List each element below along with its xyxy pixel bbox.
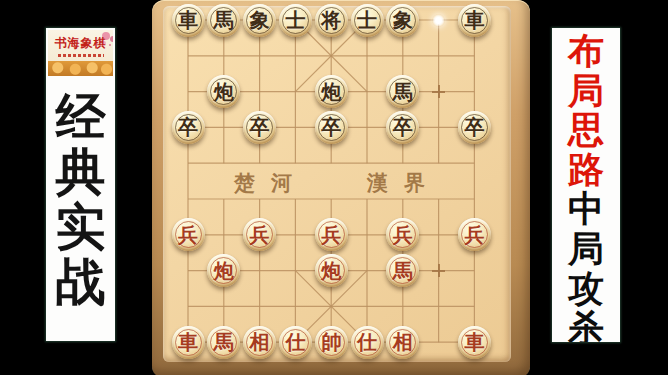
piece-black-elephant[interactable]: 象 xyxy=(386,4,419,37)
piece-red-chariot[interactable]: 車 xyxy=(172,326,205,359)
piece-glyph: 馬 xyxy=(214,332,234,352)
piece-red-cannon[interactable]: 炮 xyxy=(315,254,348,287)
piece-glyph: 士 xyxy=(285,10,305,30)
piece-red-elephant[interactable]: 相 xyxy=(243,326,276,359)
piece-red-general[interactable]: 帥 xyxy=(315,326,348,359)
piece-black-general[interactable]: 将 xyxy=(315,4,348,37)
piece-glyph: 兵 xyxy=(464,225,484,245)
piece-glyph: 炮 xyxy=(321,261,341,281)
piece-black-cannon[interactable]: 炮 xyxy=(315,75,348,108)
piece-glyph: 相 xyxy=(250,332,270,352)
piece-black-soldier[interactable]: 卒 xyxy=(458,111,491,144)
piece-glyph: 象 xyxy=(250,10,270,30)
piece-glyph: 卒 xyxy=(464,117,484,137)
piece-glyph: 卒 xyxy=(321,117,341,137)
last-move-from-indicator xyxy=(432,14,445,27)
piece-glyph: 車 xyxy=(464,10,484,30)
piece-black-advisor[interactable]: 士 xyxy=(351,4,384,37)
left-banner: 书海象棋 经典实战 xyxy=(46,28,115,341)
screen: 书海象棋 经典实战 楚河 漢界 車馬象士将士象車炮炮馬卒卒卒卒卒兵兵兵兵兵炮炮馬… xyxy=(0,0,668,375)
point-marker xyxy=(430,262,447,279)
piece-red-chariot[interactable]: 車 xyxy=(458,326,491,359)
piece-glyph: 卒 xyxy=(250,117,270,137)
point-marker xyxy=(430,83,447,100)
piece-glyph: 炮 xyxy=(214,261,234,281)
piece-glyph: 車 xyxy=(178,10,198,30)
board-grid xyxy=(152,0,530,375)
piece-black-soldier[interactable]: 卒 xyxy=(315,111,348,144)
piece-glyph: 仕 xyxy=(285,332,305,352)
piece-red-soldier[interactable]: 兵 xyxy=(172,218,205,251)
piece-black-advisor[interactable]: 士 xyxy=(279,4,312,37)
piece-glyph: 象 xyxy=(393,10,413,30)
piece-glyph: 車 xyxy=(178,332,198,352)
right-banner-red-text: 布局思路 xyxy=(568,31,604,190)
right-banner-title: 布局思路中局攻杀 xyxy=(567,32,606,342)
piece-black-horse[interactable]: 馬 xyxy=(207,4,240,37)
piece-glyph: 炮 xyxy=(214,82,234,102)
piece-glyph: 兵 xyxy=(178,225,198,245)
logo-pieces-photo xyxy=(48,61,113,76)
piece-glyph: 仕 xyxy=(357,332,377,352)
piece-black-soldier[interactable]: 卒 xyxy=(386,111,419,144)
logo-title: 书海象棋 xyxy=(48,35,113,52)
piece-glyph: 兵 xyxy=(321,225,341,245)
piece-glyph: 兵 xyxy=(393,225,413,245)
river-label-right: 漢界 xyxy=(367,169,441,197)
piece-glyph: 炮 xyxy=(321,82,341,102)
piece-glyph: 士 xyxy=(357,10,377,30)
logo: 书海象棋 xyxy=(48,30,113,76)
piece-red-horse[interactable]: 馬 xyxy=(207,326,240,359)
piece-black-chariot[interactable]: 車 xyxy=(172,4,205,37)
piece-red-advisor[interactable]: 仕 xyxy=(279,326,312,359)
right-banner-black-text: 中局攻杀 xyxy=(568,189,604,342)
piece-red-advisor[interactable]: 仕 xyxy=(351,326,384,359)
piece-glyph: 馬 xyxy=(214,10,234,30)
piece-glyph: 将 xyxy=(321,10,341,30)
piece-glyph: 兵 xyxy=(250,225,270,245)
piece-glyph: 馬 xyxy=(393,82,413,102)
piece-black-elephant[interactable]: 象 xyxy=(243,4,276,37)
piece-glyph: 卒 xyxy=(178,117,198,137)
piece-red-soldier[interactable]: 兵 xyxy=(458,218,491,251)
piece-black-soldier[interactable]: 卒 xyxy=(172,111,205,144)
piece-black-chariot[interactable]: 車 xyxy=(458,4,491,37)
piece-black-soldier[interactable]: 卒 xyxy=(243,111,276,144)
logo-subtext-line xyxy=(58,54,104,57)
piece-glyph: 馬 xyxy=(393,261,413,281)
left-banner-title: 经典实战 xyxy=(54,90,108,310)
piece-glyph: 帥 xyxy=(321,332,341,352)
piece-glyph: 車 xyxy=(464,332,484,352)
right-banner: 布局思路中局攻杀 xyxy=(552,28,620,342)
piece-red-soldier[interactable]: 兵 xyxy=(315,218,348,251)
river-label-left: 楚河 xyxy=(234,169,308,197)
piece-glyph: 卒 xyxy=(393,117,413,137)
piece-glyph: 相 xyxy=(393,332,413,352)
piece-red-elephant[interactable]: 相 xyxy=(386,326,419,359)
